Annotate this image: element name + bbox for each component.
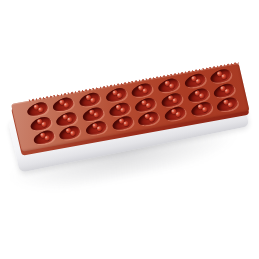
seed xyxy=(171,97,178,103)
seed xyxy=(168,83,175,89)
seed xyxy=(116,93,123,99)
seed xyxy=(227,102,234,108)
seed xyxy=(66,116,73,122)
product-photo-scene xyxy=(0,0,259,259)
pit-cell xyxy=(81,119,110,138)
pit-r3-c4[interactable] xyxy=(110,114,134,132)
seed xyxy=(63,102,70,108)
seed xyxy=(174,111,181,117)
pit-r3-c6[interactable] xyxy=(163,105,187,123)
seed xyxy=(148,116,155,122)
seed xyxy=(142,88,149,94)
seed xyxy=(145,102,152,108)
seed xyxy=(93,111,100,117)
seed xyxy=(40,121,47,127)
pit-r3-c1[interactable] xyxy=(32,129,56,147)
pit-r3-c3[interactable] xyxy=(84,119,108,137)
seed xyxy=(194,78,201,84)
pit-r3-c8[interactable] xyxy=(215,95,239,113)
seed xyxy=(122,121,129,127)
pit-cell xyxy=(213,95,242,114)
seed xyxy=(119,107,126,113)
seed xyxy=(197,92,204,98)
pit-cell xyxy=(160,104,189,123)
pit-cell xyxy=(186,100,215,119)
pit-cell xyxy=(29,128,58,147)
pit-cell xyxy=(134,109,163,128)
pit-r3-c7[interactable] xyxy=(189,100,213,118)
seed xyxy=(224,88,231,94)
pit-r3-c2[interactable] xyxy=(58,124,82,142)
seed xyxy=(89,97,96,103)
seed xyxy=(37,107,44,113)
pit-r3-c5[interactable] xyxy=(137,110,161,128)
seed xyxy=(43,135,50,141)
seed xyxy=(220,74,227,80)
pit-cell xyxy=(108,114,137,133)
seed xyxy=(96,125,103,131)
seed xyxy=(70,130,77,136)
seed xyxy=(201,106,208,112)
pit-cell xyxy=(55,123,84,142)
